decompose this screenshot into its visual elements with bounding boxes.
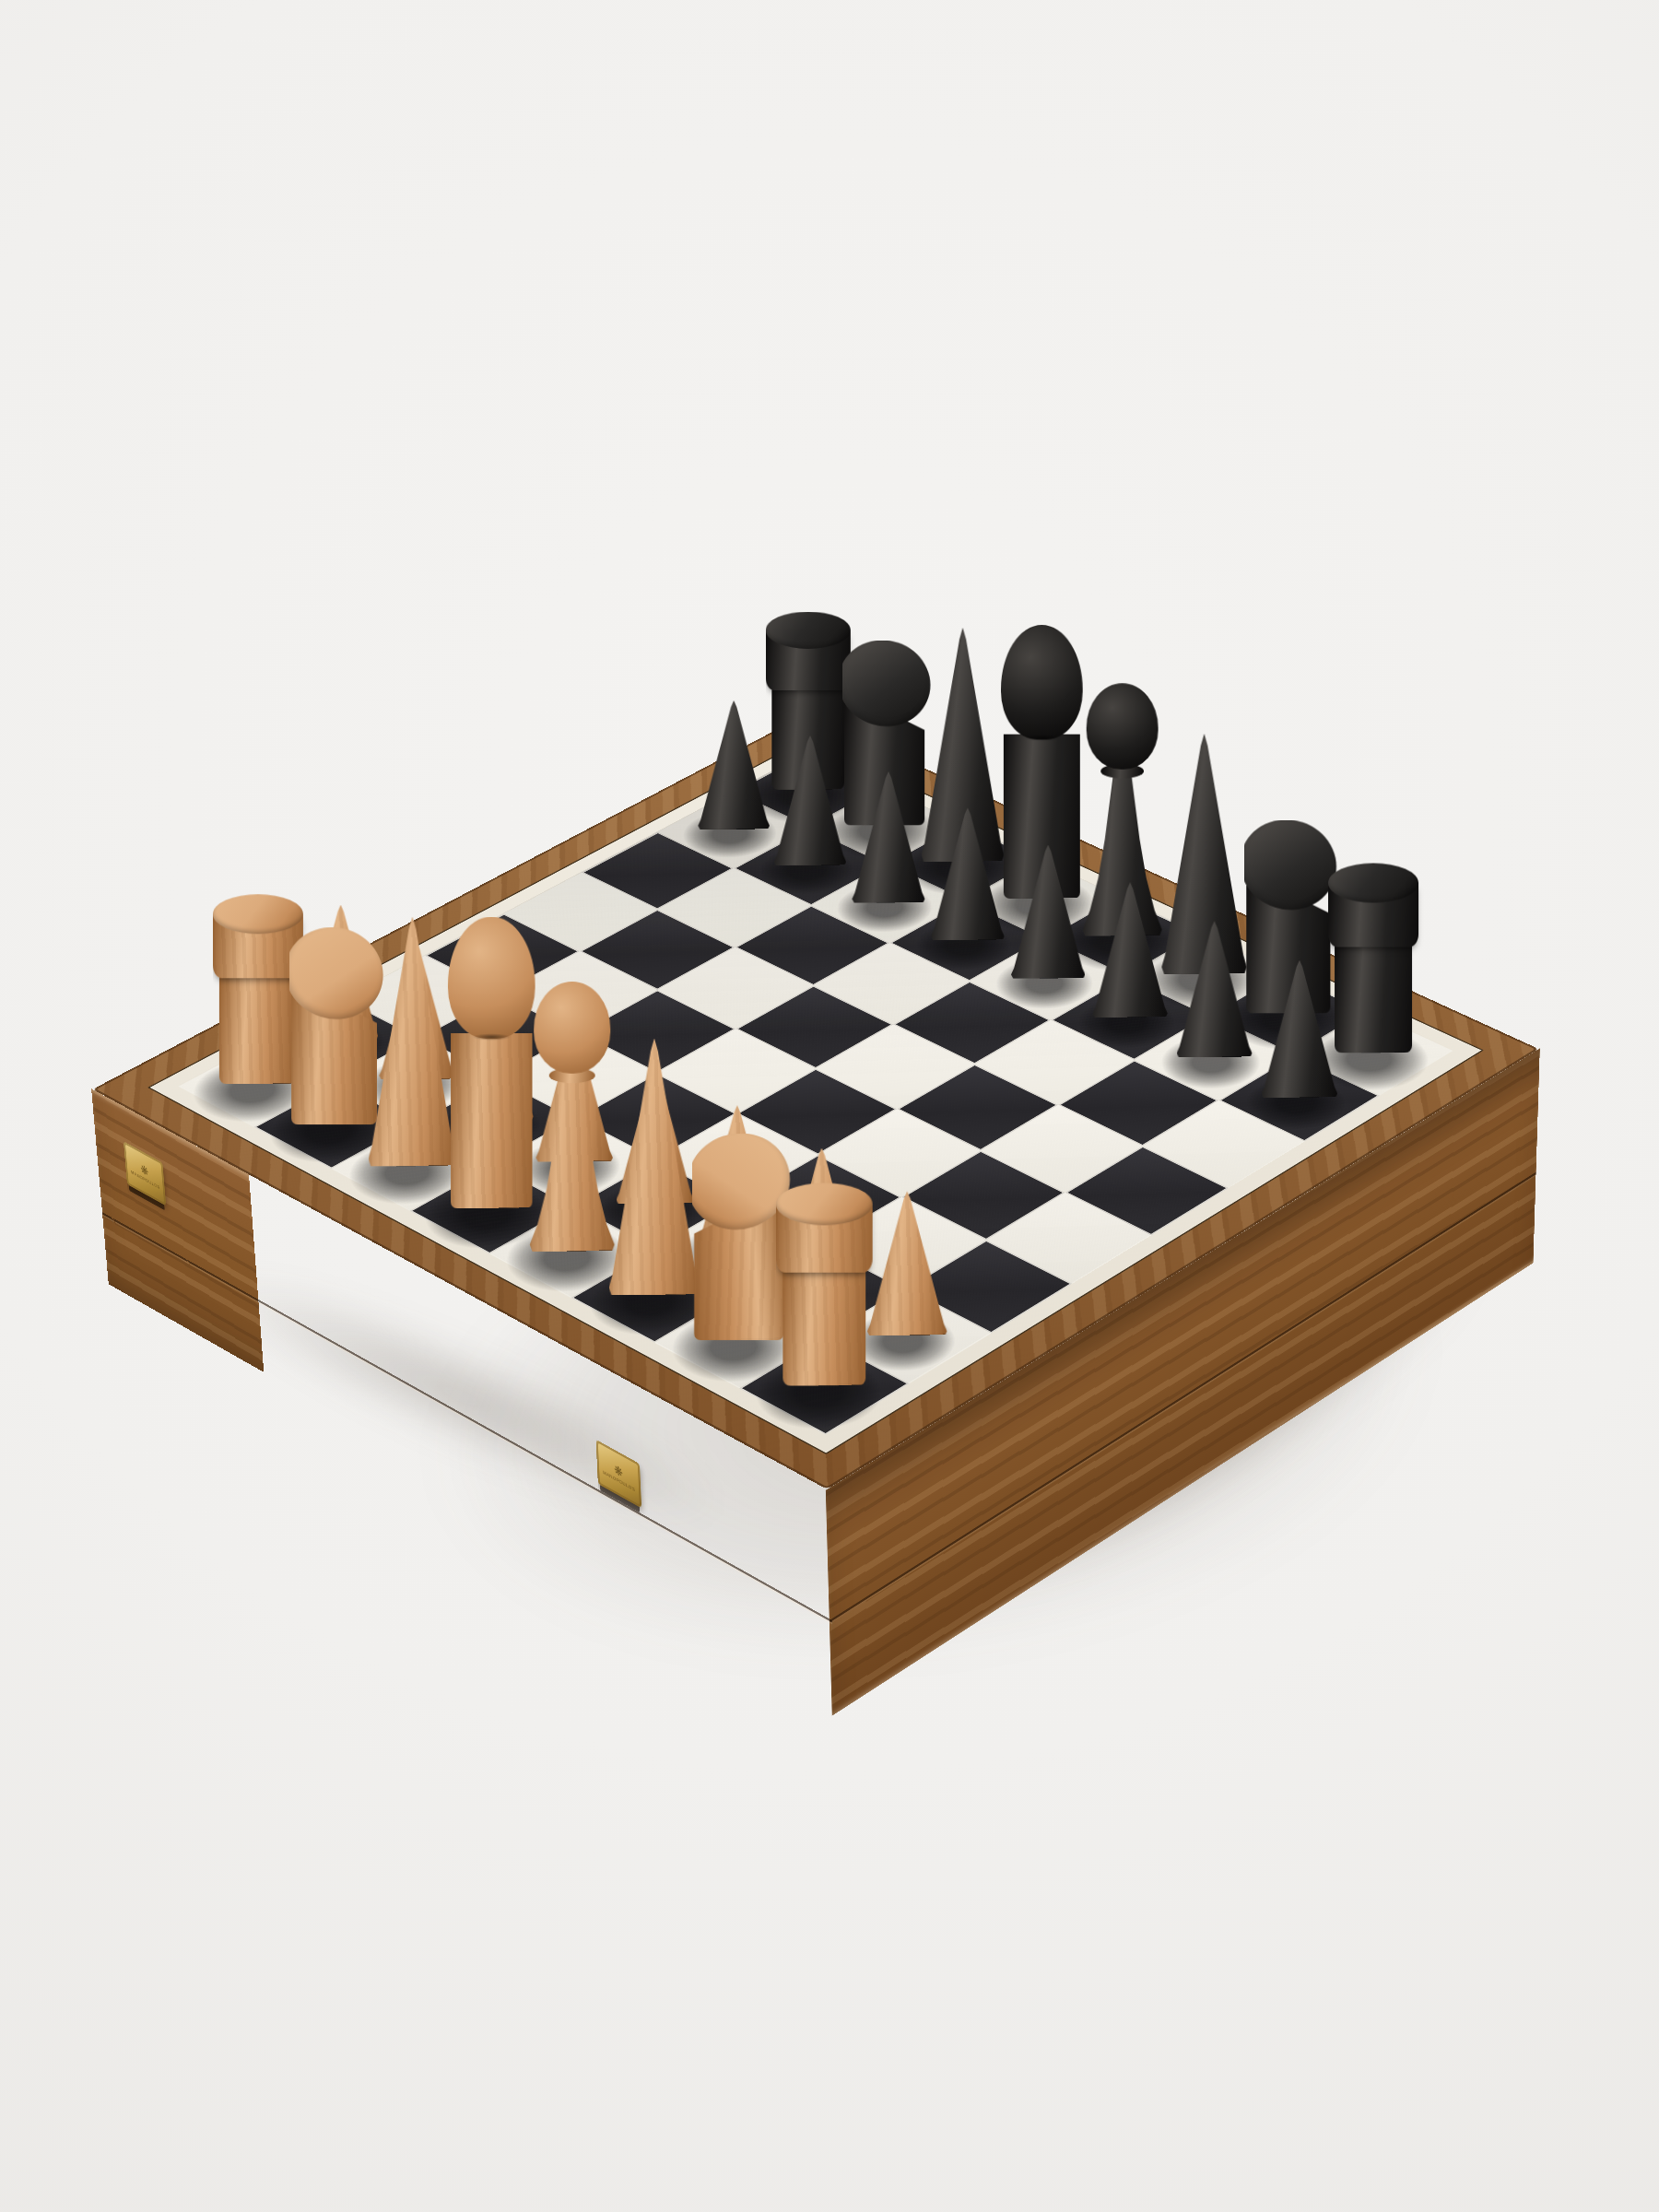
white-bishop (609, 1039, 700, 1296)
white-rook (776, 1182, 873, 1385)
product-photo-chess-set: { "game": "chess", "scene": { "type": "p… (0, 0, 1659, 2212)
black-pawn (1176, 921, 1252, 1057)
white-knight (692, 1134, 786, 1340)
black-pawn (1261, 960, 1337, 1098)
white-king (445, 916, 538, 1208)
white-pawn (867, 1191, 947, 1335)
black-pawn (698, 700, 770, 829)
black-pawn (774, 735, 846, 865)
white-bishop (368, 916, 456, 1166)
brass-clasp: ❋ MANOPOULOS (124, 1141, 166, 1206)
black-pawn (1011, 845, 1086, 979)
white-knight (289, 927, 379, 1124)
black-pawn (852, 771, 924, 903)
brass-clasp: ❋ MANOPOULOS (595, 1440, 641, 1509)
photo-scene: ❋ MANOPOULOS ❋ MANOPOULOS (0, 0, 1659, 2212)
chess-case: ❋ MANOPOULOS ❋ MANOPOULOS (92, 714, 1538, 1489)
black-pawn (931, 807, 1005, 940)
black-rook (1328, 864, 1418, 1053)
white-queen (526, 982, 618, 1252)
black-pawn (1093, 883, 1168, 1018)
